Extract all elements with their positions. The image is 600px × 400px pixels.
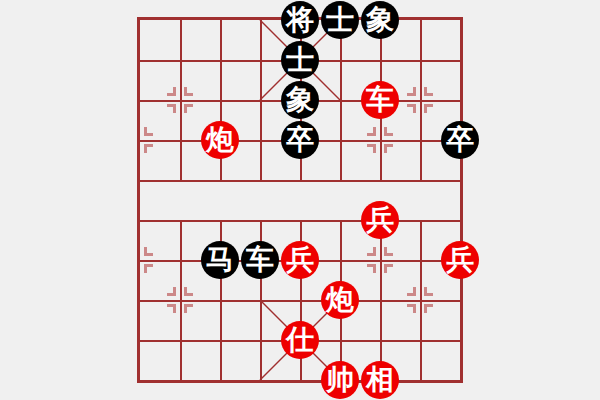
point-marker [407, 104, 416, 113]
point-marker [167, 104, 176, 113]
point-marker [407, 287, 416, 296]
point-marker [167, 304, 176, 313]
point-marker [367, 127, 376, 136]
point-marker [167, 287, 176, 296]
point-marker [184, 87, 193, 96]
app-background: 将士象士象车炮卒卒兵马车兵兵炮仕帅相 [0, 0, 600, 400]
point-marker [384, 127, 393, 136]
piece-red-elephant[interactable]: 相 [361, 361, 399, 399]
point-marker [367, 247, 376, 256]
point-marker [167, 87, 176, 96]
point-marker [407, 87, 416, 96]
point-marker [144, 264, 153, 273]
piece-black-elephant[interactable]: 象 [281, 81, 319, 119]
point-marker [144, 144, 153, 153]
point-marker [184, 304, 193, 313]
piece-red-chariot[interactable]: 车 [361, 81, 399, 119]
piece-black-general[interactable]: 将 [281, 1, 319, 39]
point-marker [407, 304, 416, 313]
piece-black-horse[interactable]: 马 [201, 241, 239, 279]
piece-black-soldier[interactable]: 卒 [281, 121, 319, 159]
point-marker [424, 304, 433, 313]
point-marker [367, 264, 376, 273]
point-marker [184, 104, 193, 113]
point-marker [144, 247, 153, 256]
piece-red-soldier[interactable]: 兵 [441, 241, 479, 279]
piece-red-cannon[interactable]: 炮 [201, 121, 239, 159]
point-marker [184, 287, 193, 296]
piece-black-advisor[interactable]: 士 [321, 1, 359, 39]
piece-black-advisor[interactable]: 士 [281, 41, 319, 79]
piece-black-elephant[interactable]: 象 [361, 1, 399, 39]
point-marker [384, 144, 393, 153]
point-marker [424, 104, 433, 113]
piece-black-chariot[interactable]: 车 [241, 241, 279, 279]
piece-red-advisor[interactable]: 仕 [281, 321, 319, 359]
point-marker [144, 127, 153, 136]
piece-red-cannon[interactable]: 炮 [321, 281, 359, 319]
piece-red-general[interactable]: 帅 [321, 361, 359, 399]
piece-red-soldier[interactable]: 兵 [361, 201, 399, 239]
point-marker [384, 247, 393, 256]
point-marker [424, 287, 433, 296]
piece-black-soldier[interactable]: 卒 [441, 121, 479, 159]
point-marker [367, 144, 376, 153]
piece-red-soldier[interactable]: 兵 [281, 241, 319, 279]
point-marker [384, 264, 393, 273]
board-layer: 将士象士象车炮卒卒兵马车兵兵炮仕帅相 [140, 20, 460, 380]
point-marker [424, 87, 433, 96]
